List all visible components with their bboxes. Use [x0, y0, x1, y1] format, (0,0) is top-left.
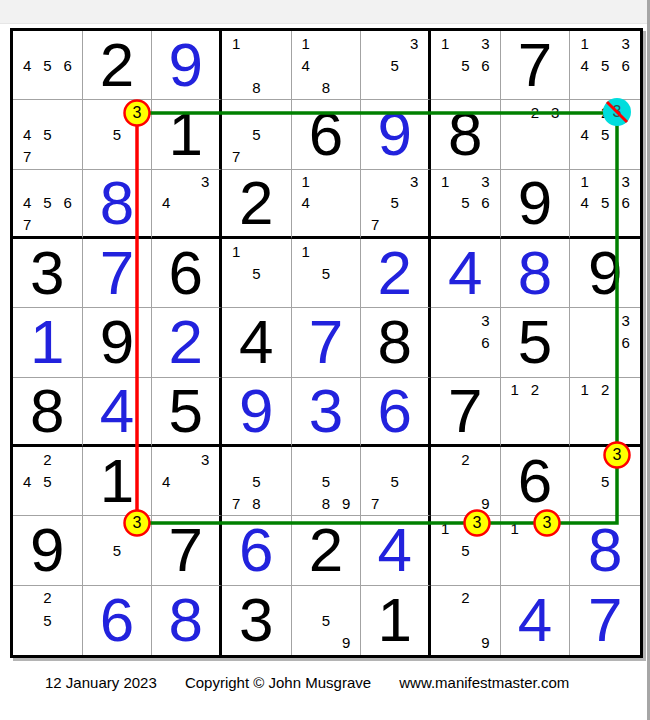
pencil-mark: 8 — [246, 492, 266, 514]
pencil-mark — [246, 32, 266, 54]
pencil-mark — [127, 123, 147, 145]
cell-r3c3[interactable]: 34 — [152, 170, 222, 239]
cell-r9c8[interactable]: 4 — [501, 586, 571, 655]
pencil-mark — [37, 171, 57, 192]
pencil-mark — [455, 354, 475, 376]
cell-r2c6[interactable]: 9 — [361, 100, 431, 169]
pencil-mark: 5 — [37, 54, 57, 76]
pencil-mark — [574, 422, 595, 443]
pencil-mark — [545, 123, 565, 145]
pencil-mark — [296, 609, 316, 631]
pencil-mark: 2 — [595, 101, 616, 123]
pencil-mark: 1 — [296, 32, 316, 54]
pencil-mark — [574, 214, 595, 235]
pencil-mark: 1 — [296, 240, 316, 262]
cell-r2c5[interactable]: 6 — [292, 100, 362, 169]
pencil-mark — [226, 262, 246, 284]
cell-r9c7[interactable]: 29 — [431, 586, 501, 655]
cell-r7c5[interactable]: 589 — [292, 447, 362, 516]
pencil-mark: 1 — [505, 379, 525, 400]
cell-r6c9[interactable]: 12 — [570, 378, 640, 447]
given-digit: 6 — [152, 239, 219, 307]
pencil-grid: 29 — [435, 448, 496, 514]
given-digit: 9 — [83, 308, 152, 376]
cell-r8c2[interactable]: 5 — [83, 516, 153, 585]
pencil-mark: 4 — [156, 192, 176, 213]
pencil-mark — [595, 448, 616, 470]
cell-r8c4[interactable]: 6 — [222, 516, 292, 585]
pencil-mark: 6 — [615, 331, 636, 353]
pencil-mark: 5 — [316, 470, 336, 492]
cell-r8c1[interactable]: 9 — [13, 516, 83, 585]
pencil-mark — [336, 192, 356, 213]
pencil-grid: 357 — [365, 171, 424, 235]
cell-r5c8[interactable]: 5 — [501, 308, 571, 377]
cell-r2c8[interactable]: 23 — [501, 100, 571, 169]
pencil-mark — [455, 517, 475, 539]
cell-r3c2[interactable]: 8 — [83, 170, 153, 239]
pencil-grid: 245 — [17, 448, 78, 514]
pencil-mark — [195, 192, 215, 213]
pencil-mark — [226, 284, 246, 306]
cell-r7c8[interactable]: 6 — [501, 447, 571, 516]
pencil-mark — [266, 240, 286, 262]
pencil-grid: 578 — [226, 448, 287, 514]
cell-r4c7[interactable]: 4 — [431, 239, 501, 308]
pencil-mark — [176, 214, 196, 235]
pencil-mark — [57, 214, 77, 235]
pencil-mark — [525, 422, 545, 443]
pencil-grid: 148 — [296, 32, 357, 98]
pencil-mark — [475, 562, 495, 584]
cell-r5c4[interactable]: 4 — [222, 308, 292, 377]
pencil-mark — [435, 354, 455, 376]
pencil-mark — [505, 123, 525, 145]
pencil-mark — [525, 146, 545, 168]
cell-r7c1[interactable]: 245 — [13, 447, 83, 516]
cell-r9c5[interactable]: 59 — [292, 586, 362, 655]
pencil-mark — [266, 262, 286, 284]
pencil-mark — [17, 587, 37, 609]
cell-r2c3[interactable]: 1 — [152, 100, 222, 169]
cell-r7c6[interactable]: 57 — [361, 447, 431, 516]
pencil-mark — [475, 448, 495, 470]
pencil-mark: 3 — [475, 32, 495, 54]
cell-r8c7[interactable]: 15 — [431, 516, 501, 585]
cell-r7c4[interactable]: 578 — [222, 447, 292, 516]
cell-r4c8[interactable]: 8 — [501, 239, 571, 308]
pencil-grid: 34 — [156, 448, 215, 514]
pencil-mark: 4 — [574, 192, 595, 213]
cell-r9c4[interactable]: 3 — [222, 586, 292, 655]
cell-r2c4[interactable]: 57 — [222, 100, 292, 169]
pencil-mark: 1 — [505, 517, 525, 539]
pencil-mark — [574, 470, 595, 492]
pencil-mark — [545, 517, 565, 539]
pencil-mark — [336, 32, 356, 54]
pencil-mark — [595, 146, 616, 168]
cell-r6c3[interactable]: 5 — [152, 378, 222, 447]
cell-r1c1[interactable]: 456 — [13, 31, 83, 100]
pencil-mark — [545, 379, 565, 400]
pencil-mark — [505, 562, 525, 584]
pencil-mark — [595, 76, 616, 98]
pencil-mark — [365, 76, 385, 98]
pencil-mark — [17, 171, 37, 192]
pencil-mark — [246, 448, 266, 470]
given-digit: 6 — [501, 447, 570, 515]
pencil-mark: 1 — [574, 379, 595, 400]
given-digit: 5 — [152, 378, 219, 444]
cell-r1c8[interactable]: 7 — [501, 31, 571, 100]
cell-r2c9[interactable]: 245 — [570, 100, 640, 169]
pencil-mark — [57, 609, 77, 631]
cell-r8c9[interactable]: 8 — [570, 516, 640, 585]
pencil-mark — [246, 54, 266, 76]
pencil-mark — [435, 331, 455, 353]
pencil-mark — [435, 448, 455, 470]
pencil-mark — [57, 492, 77, 514]
pencil-mark — [107, 146, 127, 168]
pencil-mark — [505, 101, 525, 123]
pencil-mark — [615, 214, 636, 235]
pencil-mark — [156, 214, 176, 235]
pencil-mark — [266, 123, 286, 145]
cell-r1c4[interactable]: 18 — [222, 31, 292, 100]
pencil-mark — [365, 32, 385, 54]
pencil-mark — [475, 539, 495, 561]
cell-r4c6[interactable]: 2 — [361, 239, 431, 308]
pencil-mark — [404, 214, 424, 235]
cell-r3c5[interactable]: 14 — [292, 170, 362, 239]
pencil-mark: 7 — [17, 214, 37, 235]
pencil-mark — [87, 517, 107, 539]
pencil-mark — [615, 492, 636, 514]
pencil-mark — [336, 262, 356, 284]
pencil-grid: 35 — [365, 32, 424, 98]
pencil-mark — [246, 240, 266, 262]
cell-r1c6[interactable]: 35 — [361, 31, 431, 100]
pencil-mark — [266, 448, 286, 470]
pencil-grid: 34 — [156, 171, 215, 235]
pencil-mark — [385, 214, 405, 235]
pencil-grid: 12 — [574, 379, 636, 443]
given-digit: 3 — [222, 586, 291, 655]
pencil-mark — [316, 284, 336, 306]
pencil-mark — [246, 101, 266, 123]
cell-r9c6[interactable]: 1 — [361, 586, 431, 655]
cell-r3c4[interactable]: 2 — [222, 170, 292, 239]
given-digit: 1 — [83, 447, 152, 515]
pencil-mark — [316, 214, 336, 235]
pencil-mark: 4 — [17, 470, 37, 492]
pencil-mark — [435, 632, 455, 654]
pencil-mark — [595, 492, 616, 514]
cell-r7c7[interactable]: 29 — [431, 447, 501, 516]
pencil-grid: 5 — [87, 101, 148, 167]
solved-digit: 8 — [152, 586, 219, 655]
pencil-mark — [574, 76, 595, 98]
pencil-mark — [336, 470, 356, 492]
pencil-mark — [615, 146, 636, 168]
given-digit: 8 — [361, 308, 428, 376]
cell-r4c3[interactable]: 6 — [152, 239, 222, 308]
pencil-mark: 5 — [595, 192, 616, 213]
pencil-mark — [156, 448, 176, 470]
cell-r1c5[interactable]: 148 — [292, 31, 362, 100]
cell-r6c2[interactable]: 4 — [83, 378, 153, 447]
pencil-mark — [226, 101, 246, 123]
pencil-mark — [455, 32, 475, 54]
solved-digit: 4 — [83, 378, 152, 444]
pencil-mark: 4 — [17, 192, 37, 213]
pencil-mark — [336, 214, 356, 235]
cell-r2c7[interactable]: 8 — [431, 100, 501, 169]
pencil-mark — [316, 192, 336, 213]
cell-r9c3[interactable]: 8 — [152, 586, 222, 655]
cell-r4c2[interactable]: 7 — [83, 239, 153, 308]
pencil-mark: 9 — [336, 492, 356, 514]
pencil-mark — [615, 76, 636, 98]
pencil-mark — [385, 492, 405, 514]
pencil-mark — [574, 309, 595, 331]
pencil-mark: 3 — [615, 171, 636, 192]
pencil-mark: 1 — [435, 32, 455, 54]
pencil-mark: 5 — [455, 539, 475, 561]
pencil-mark: 5 — [455, 192, 475, 213]
pencil-mark: 4 — [574, 54, 595, 76]
solved-digit: 7 — [570, 586, 640, 655]
pencil-mark — [475, 354, 495, 376]
pencil-mark — [57, 146, 77, 168]
cell-r6c8[interactable]: 12 — [501, 378, 571, 447]
pencil-mark — [435, 192, 455, 213]
pencil-mark — [595, 331, 616, 353]
pencil-mark: 2 — [595, 379, 616, 400]
solved-digit: 9 — [222, 378, 291, 444]
cell-r8c5[interactable]: 2 — [292, 516, 362, 585]
pencil-mark — [176, 171, 196, 192]
given-digit: 8 — [13, 378, 82, 444]
cell-r5c5[interactable]: 7 — [292, 308, 362, 377]
pencil-mark — [296, 448, 316, 470]
pencil-mark — [595, 32, 616, 54]
cell-r6c5[interactable]: 3 — [292, 378, 362, 447]
pencil-mark — [365, 470, 385, 492]
pencil-mark — [595, 214, 616, 235]
given-digit: 1 — [361, 586, 428, 655]
pencil-mark — [266, 101, 286, 123]
cell-r1c3[interactable]: 9 — [152, 31, 222, 100]
pencil-mark — [545, 146, 565, 168]
pencil-mark — [37, 32, 57, 54]
cell-r5c1[interactable]: 1 — [13, 308, 83, 377]
cell-r7c9[interactable]: 5 — [570, 447, 640, 516]
pencil-mark — [87, 123, 107, 145]
pencil-mark — [57, 632, 77, 654]
pencil-mark: 3 — [615, 309, 636, 331]
pencil-mark — [574, 492, 595, 514]
pencil-grid: 15 — [226, 240, 287, 306]
pencil-mark — [435, 54, 455, 76]
pencil-mark: 2 — [37, 587, 57, 609]
pencil-mark — [176, 492, 196, 514]
cell-r7c3[interactable]: 34 — [152, 447, 222, 516]
pencil-grid: 36 — [435, 309, 496, 375]
pencil-grid: 23 — [505, 101, 566, 167]
cell-r1c2[interactable]: 2 — [83, 31, 153, 100]
pencil-mark: 3 — [195, 448, 215, 470]
cell-r6c7[interactable]: 7 — [431, 378, 501, 447]
pencil-mark — [17, 448, 37, 470]
pencil-mark — [87, 539, 107, 561]
pencil-mark — [595, 422, 616, 443]
footer: 12 January 2023 Copyright © John Musgrav… — [45, 674, 569, 691]
pencil-mark — [385, 76, 405, 98]
pencil-mark: 8 — [316, 492, 336, 514]
given-digit: 4 — [222, 308, 291, 376]
pencil-mark: 5 — [107, 539, 127, 561]
pencil-mark — [525, 400, 545, 421]
pencil-mark: 5 — [246, 470, 266, 492]
solved-digit: 4 — [361, 516, 428, 584]
pencil-mark — [475, 517, 495, 539]
cell-r8c3[interactable]: 7 — [152, 516, 222, 585]
cell-r5c7[interactable]: 36 — [431, 308, 501, 377]
cell-r3c8[interactable]: 9 — [501, 170, 571, 239]
cell-r2c2[interactable]: 5 — [83, 100, 153, 169]
pencil-mark — [475, 76, 495, 98]
top-margin-band — [0, 0, 650, 24]
cell-r6c1[interactable]: 8 — [13, 378, 83, 447]
pencil-mark — [87, 146, 107, 168]
pencil-mark: 6 — [57, 54, 77, 76]
pencil-mark: 5 — [595, 470, 616, 492]
pencil-grid: 36 — [574, 309, 636, 375]
pencil-mark — [545, 539, 565, 561]
pencil-mark — [316, 32, 336, 54]
cell-r9c1[interactable]: 25 — [13, 586, 83, 655]
pencil-mark — [176, 448, 196, 470]
cell-r3c7[interactable]: 1356 — [431, 170, 501, 239]
pencil-mark — [156, 171, 176, 192]
pencil-mark — [246, 284, 266, 306]
pencil-mark — [435, 562, 455, 584]
pencil-mark: 7 — [365, 492, 385, 514]
cell-r5c3[interactable]: 2 — [152, 308, 222, 377]
pencil-mark — [87, 562, 107, 584]
cell-r3c9[interactable]: 13456 — [570, 170, 640, 239]
cell-r1c7[interactable]: 1356 — [431, 31, 501, 100]
pencil-grid: 1 — [505, 517, 566, 583]
pencil-grid: 13456 — [574, 32, 636, 98]
pencil-mark: 7 — [17, 146, 37, 168]
cell-r7c2[interactable]: 1 — [83, 447, 153, 516]
pencil-mark — [17, 609, 37, 631]
pencil-mark — [266, 284, 286, 306]
pencil-mark — [37, 632, 57, 654]
pencil-mark: 2 — [455, 448, 475, 470]
pencil-mark: 3 — [404, 32, 424, 54]
pencil-mark: 9 — [475, 492, 495, 514]
cell-r9c9[interactable]: 7 — [570, 586, 640, 655]
pencil-grid: 29 — [435, 587, 496, 654]
pencil-mark — [195, 214, 215, 235]
cell-r8c6[interactable]: 4 — [361, 516, 431, 585]
cell-r6c4[interactable]: 9 — [222, 378, 292, 447]
pencil-mark — [615, 448, 636, 470]
pencil-mark — [365, 54, 385, 76]
pencil-mark — [127, 562, 147, 584]
pencil-mark: 5 — [385, 54, 405, 76]
cell-r4c4[interactable]: 15 — [222, 239, 292, 308]
footer-date: 12 January 2023 — [45, 674, 157, 691]
pencil-mark — [57, 448, 77, 470]
solved-digit: 7 — [292, 308, 361, 376]
pencil-mark — [365, 192, 385, 213]
pencil-mark — [127, 101, 147, 123]
pencil-mark — [475, 470, 495, 492]
pencil-mark — [505, 422, 525, 443]
cell-r8c8[interactable]: 1 — [501, 516, 571, 585]
pencil-mark — [316, 632, 336, 654]
pencil-mark — [17, 101, 37, 123]
pencil-mark — [266, 32, 286, 54]
pencil-mark: 5 — [385, 470, 405, 492]
pencil-mark: 6 — [615, 192, 636, 213]
pencil-mark: 8 — [246, 76, 266, 98]
given-digit: 2 — [83, 31, 152, 99]
pencil-mark: 3 — [615, 32, 636, 54]
cell-r3c6[interactable]: 357 — [361, 170, 431, 239]
given-digit: 7 — [152, 516, 219, 584]
given-digit: 3 — [13, 239, 82, 307]
pencil-mark — [455, 309, 475, 331]
pencil-grid: 457 — [17, 101, 78, 167]
cell-r5c6[interactable]: 8 — [361, 308, 431, 377]
given-digit: 5 — [501, 308, 570, 376]
pencil-mark: 3 — [195, 171, 215, 192]
cell-r9c2[interactable]: 6 — [83, 586, 153, 655]
pencil-mark — [107, 101, 127, 123]
pencil-mark — [316, 171, 336, 192]
pencil-mark — [57, 32, 77, 54]
pencil-mark — [296, 214, 316, 235]
pencil-grid: 456 — [17, 32, 78, 98]
cell-r3c1[interactable]: 4567 — [13, 170, 83, 239]
cell-r5c9[interactable]: 36 — [570, 308, 640, 377]
cell-r5c2[interactable]: 9 — [83, 308, 153, 377]
cell-r4c5[interactable]: 15 — [292, 239, 362, 308]
solved-digit: 9 — [361, 100, 428, 168]
pencil-mark — [455, 76, 475, 98]
pencil-mark — [176, 192, 196, 213]
pencil-mark — [127, 146, 147, 168]
cell-r1c9[interactable]: 13456 — [570, 31, 640, 100]
pencil-mark — [195, 470, 215, 492]
pencil-mark — [404, 448, 424, 470]
pencil-mark — [37, 146, 57, 168]
pencil-mark — [505, 400, 525, 421]
cell-r2c1[interactable]: 457 — [13, 100, 83, 169]
given-digit: 6 — [292, 100, 361, 168]
cell-r6c6[interactable]: 6 — [361, 378, 431, 447]
pencil-mark: 8 — [316, 76, 336, 98]
cell-r4c1[interactable]: 3 — [13, 239, 83, 308]
pencil-grid: 59 — [296, 587, 357, 654]
cell-r4c9[interactable]: 9 — [570, 239, 640, 308]
pencil-mark — [385, 171, 405, 192]
